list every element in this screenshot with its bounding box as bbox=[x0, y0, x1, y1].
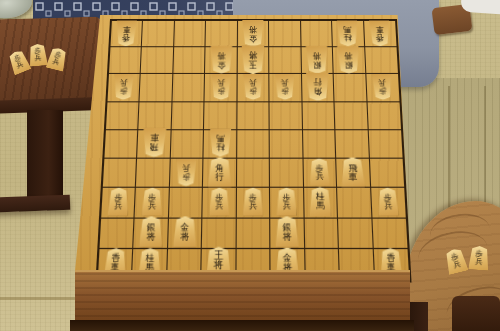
piece-kanji: 馬 bbox=[344, 25, 352, 33]
cell-3d[interactable] bbox=[302, 102, 335, 130]
cell-8g[interactable]: 歩兵 bbox=[135, 188, 170, 218]
piece-P-4g[interactable]: 歩兵 bbox=[276, 187, 297, 216]
piece-kanji: 馬 bbox=[316, 202, 325, 211]
cell-2h[interactable] bbox=[338, 218, 373, 249]
cell-1b[interactable] bbox=[365, 47, 398, 74]
cell-3g[interactable]: 桂馬 bbox=[304, 188, 338, 218]
piece-P-1g[interactable]: 歩兵 bbox=[377, 187, 399, 216]
piece-kanji: 将 bbox=[249, 51, 258, 60]
cell-5c[interactable]: 歩兵 bbox=[237, 74, 269, 102]
piece-P-6g[interactable]: 歩兵 bbox=[209, 187, 230, 216]
tatami-seam bbox=[0, 297, 76, 300]
cell-9h[interactable] bbox=[99, 218, 135, 249]
piece-n-2a[interactable]: 桂馬 bbox=[337, 20, 359, 46]
cell-7a[interactable] bbox=[174, 21, 206, 47]
piece-kanji: 歩 bbox=[281, 87, 289, 95]
piece-k-5b[interactable]: 玉将 bbox=[241, 45, 264, 74]
piece-n-6e[interactable]: 桂馬 bbox=[209, 129, 231, 157]
cell-5g[interactable]: 歩兵 bbox=[237, 188, 271, 218]
cell-6b[interactable]: 金将 bbox=[205, 47, 237, 74]
cell-3b[interactable]: 銀将 bbox=[301, 47, 334, 74]
piece-p-1c[interactable]: 歩兵 bbox=[372, 74, 393, 100]
cell-4f[interactable] bbox=[270, 159, 304, 188]
cell-8b[interactable] bbox=[141, 47, 174, 74]
piece-N-3g[interactable]: 桂馬 bbox=[309, 187, 332, 217]
piece-S-8h[interactable]: 銀将 bbox=[139, 216, 163, 248]
cell-6d[interactable] bbox=[204, 102, 237, 130]
piece-kanji: 兵 bbox=[384, 202, 392, 211]
cell-6g[interactable]: 歩兵 bbox=[203, 188, 237, 218]
cell-3e[interactable] bbox=[303, 130, 337, 159]
piece-kanji: 玉 bbox=[249, 59, 258, 68]
piece-b-3c[interactable]: 角行 bbox=[306, 73, 329, 101]
piece-kanji: 兵 bbox=[316, 172, 324, 180]
cell-9a[interactable]: 香車 bbox=[110, 21, 143, 47]
piece-kanji: 銀 bbox=[313, 60, 321, 68]
cell-6h[interactable] bbox=[202, 218, 236, 249]
cell-1h[interactable] bbox=[372, 218, 408, 249]
piece-kanji: 将 bbox=[146, 232, 155, 242]
cell-9c[interactable]: 歩兵 bbox=[107, 74, 141, 102]
piece-P-5g[interactable]: 歩兵 bbox=[243, 187, 263, 216]
cell-7h[interactable]: 金将 bbox=[168, 218, 203, 249]
cell-1c[interactable]: 歩兵 bbox=[366, 74, 400, 102]
piece-R-2f[interactable]: 飛車 bbox=[341, 157, 365, 187]
captured-piece-pawn[interactable]: 歩兵 bbox=[28, 43, 48, 66]
piece-kanji: 飛 bbox=[149, 143, 158, 152]
piece-kanji: 将 bbox=[313, 51, 321, 59]
piece-kanji: 行 bbox=[215, 172, 224, 181]
cell-2f[interactable]: 飛車 bbox=[336, 159, 370, 188]
cell-1g[interactable]: 歩兵 bbox=[371, 188, 406, 218]
captured-piece-pawn[interactable]: 歩兵 bbox=[7, 48, 32, 75]
cell-1d[interactable] bbox=[367, 102, 401, 130]
cell-9d[interactable] bbox=[106, 102, 140, 130]
cell-6f[interactable]: 角行 bbox=[203, 159, 237, 188]
cell-4d[interactable] bbox=[270, 102, 303, 130]
cell-8f[interactable] bbox=[136, 159, 170, 188]
cell-2d[interactable] bbox=[335, 102, 369, 130]
piece-kanji: 兵 bbox=[217, 79, 225, 87]
piece-kanji: 車 bbox=[150, 134, 159, 143]
piece-p-4c[interactable]: 歩兵 bbox=[275, 74, 295, 100]
piece-kanji: 将 bbox=[180, 232, 189, 242]
piece-kanji: 銀 bbox=[345, 60, 353, 68]
shogi-game-photo: 歩兵歩兵歩兵 歩兵歩兵 香車金将桂馬香車金将玉将銀将銀将歩兵歩兵歩兵歩兵角行歩兵… bbox=[0, 0, 500, 331]
piece-g-6b[interactable]: 金将 bbox=[210, 46, 232, 74]
piece-S-4h[interactable]: 銀将 bbox=[275, 216, 299, 248]
piece-kanji: 車 bbox=[123, 25, 131, 33]
piece-kanji: 兵 bbox=[283, 202, 291, 211]
cell-7b[interactable] bbox=[173, 47, 206, 74]
cell-5f[interactable] bbox=[237, 159, 271, 188]
piece-kanji: 兵 bbox=[35, 55, 42, 63]
piece-B-6f[interactable]: 角行 bbox=[208, 157, 232, 187]
cell-7d[interactable] bbox=[172, 102, 205, 130]
cell-2a[interactable]: 桂馬 bbox=[332, 21, 365, 47]
piece-kanji: 馬 bbox=[216, 134, 224, 143]
gote-komadai-leg bbox=[27, 110, 63, 204]
cell-4g[interactable]: 歩兵 bbox=[270, 188, 304, 218]
piece-kanji: 歩 bbox=[249, 87, 257, 95]
piece-kanji: 兵 bbox=[120, 79, 128, 87]
cell-9f[interactable] bbox=[103, 159, 138, 188]
cell-2g[interactable] bbox=[337, 188, 372, 218]
cell-3a[interactable] bbox=[301, 21, 333, 47]
piece-s-3b[interactable]: 銀将 bbox=[306, 46, 329, 74]
gote-hand-pieces: 歩兵歩兵歩兵 bbox=[10, 44, 72, 88]
cell-3h[interactable] bbox=[304, 218, 339, 249]
captured-piece-pawn[interactable]: 歩兵 bbox=[46, 46, 69, 72]
piece-kanji: 兵 bbox=[452, 260, 461, 269]
cell-5b[interactable]: 玉将 bbox=[237, 47, 269, 74]
piece-kanji: 兵 bbox=[114, 202, 122, 211]
cell-1f[interactable] bbox=[369, 159, 404, 188]
tatami-seam bbox=[484, 86, 486, 206]
cell-1e[interactable] bbox=[368, 130, 402, 159]
piece-r-8e[interactable]: 飛車 bbox=[142, 128, 166, 158]
piece-kanji: 将 bbox=[217, 51, 225, 59]
cell-8a[interactable] bbox=[142, 21, 175, 47]
piece-kanji: 兵 bbox=[215, 202, 223, 211]
cell-8h[interactable]: 銀将 bbox=[134, 218, 169, 249]
cell-7c[interactable] bbox=[172, 74, 205, 102]
piece-kanji: 将 bbox=[249, 25, 257, 33]
cell-5e[interactable] bbox=[237, 130, 270, 159]
piece-l-1a[interactable]: 香車 bbox=[369, 20, 390, 46]
shogi-board-front-face bbox=[75, 270, 410, 324]
cell-7g[interactable] bbox=[169, 188, 203, 218]
tatami-seam bbox=[448, 86, 450, 216]
cell-8d[interactable] bbox=[139, 102, 173, 130]
piece-l-9a[interactable]: 香車 bbox=[116, 20, 137, 46]
board-floor-shadow bbox=[70, 320, 414, 331]
piece-kanji: 兵 bbox=[182, 164, 190, 172]
piece-kanji: 兵 bbox=[281, 79, 289, 87]
cell-3f[interactable]: 歩兵 bbox=[303, 159, 337, 188]
piece-P-8g[interactable]: 歩兵 bbox=[141, 187, 162, 216]
piece-P-3f[interactable]: 歩兵 bbox=[309, 158, 330, 186]
cell-2c[interactable] bbox=[334, 74, 367, 102]
piece-kanji: 兵 bbox=[249, 202, 257, 211]
piece-kanji: 車 bbox=[376, 25, 384, 33]
cell-2b[interactable]: 銀将 bbox=[333, 47, 366, 74]
cell-5a[interactable]: 金将 bbox=[238, 21, 270, 47]
cell-1a[interactable]: 香車 bbox=[364, 21, 397, 47]
piece-kanji: 歩 bbox=[182, 172, 190, 180]
cell-9g[interactable]: 歩兵 bbox=[101, 188, 136, 218]
piece-kanji: 兵 bbox=[249, 79, 257, 87]
piece-kanji: 将 bbox=[283, 232, 292, 242]
piece-p-7f[interactable]: 歩兵 bbox=[176, 158, 197, 186]
piece-kanji: 角 bbox=[313, 87, 322, 96]
piece-s-2b[interactable]: 銀将 bbox=[337, 46, 360, 74]
piece-p-5c[interactable]: 歩兵 bbox=[243, 74, 263, 100]
piece-kanji: 歩 bbox=[217, 87, 225, 95]
piece-kanji: 兵 bbox=[52, 58, 60, 66]
piece-kanji: 兵 bbox=[16, 61, 25, 70]
cell-4a[interactable] bbox=[269, 21, 301, 47]
gote-komadai-shelf bbox=[0, 195, 70, 213]
dark-stool bbox=[452, 296, 500, 331]
cell-4e[interactable] bbox=[270, 130, 303, 159]
piece-kanji: 兵 bbox=[475, 258, 483, 266]
cell-7e[interactable] bbox=[171, 130, 205, 159]
cell-9b[interactable] bbox=[109, 47, 142, 74]
cell-6e[interactable]: 桂馬 bbox=[204, 130, 237, 159]
piece-p-9c[interactable]: 歩兵 bbox=[113, 74, 134, 100]
piece-kanji: 歩 bbox=[120, 87, 128, 95]
piece-G-7h[interactable]: 金将 bbox=[173, 216, 197, 248]
sente-hand-pieces: 歩兵歩兵 bbox=[446, 246, 496, 284]
cell-9e[interactable] bbox=[104, 130, 138, 159]
cell-8c[interactable] bbox=[140, 74, 173, 102]
piece-kanji: 金 bbox=[249, 33, 257, 41]
piece-kanji: 金 bbox=[217, 60, 225, 68]
shogi-board-grid: 香車金将桂馬香車金将玉将銀将銀将歩兵歩兵歩兵歩兵角行歩兵飛車桂馬歩兵角行歩兵飛車… bbox=[95, 19, 411, 283]
piece-kanji: 兵 bbox=[378, 79, 386, 87]
cell-8e[interactable]: 飛車 bbox=[138, 130, 172, 159]
piece-p-6c[interactable]: 歩兵 bbox=[211, 74, 231, 100]
cell-2e[interactable] bbox=[335, 130, 369, 159]
piece-kanji: 桂 bbox=[216, 143, 224, 152]
piece-kanji: 車 bbox=[349, 172, 358, 181]
piece-kanji: 将 bbox=[344, 51, 352, 59]
piece-g-5a[interactable]: 金将 bbox=[242, 19, 264, 46]
cell-4h[interactable]: 銀将 bbox=[270, 218, 304, 249]
piece-kanji: 行 bbox=[313, 78, 322, 87]
cell-3c[interactable]: 角行 bbox=[302, 74, 335, 102]
captured-piece-pawn[interactable]: 歩兵 bbox=[443, 247, 468, 275]
cell-5h[interactable] bbox=[236, 218, 270, 249]
cell-6a[interactable] bbox=[206, 21, 238, 47]
piece-P-9g[interactable]: 歩兵 bbox=[107, 187, 129, 216]
piece-kanji: 歩 bbox=[379, 87, 387, 95]
piece-kanji: 兵 bbox=[148, 202, 156, 211]
cell-4b[interactable] bbox=[269, 47, 301, 74]
cell-7f[interactable]: 歩兵 bbox=[170, 159, 204, 188]
cell-5d[interactable] bbox=[237, 102, 270, 130]
cell-6c[interactable]: 歩兵 bbox=[205, 74, 238, 102]
cell-4c[interactable]: 歩兵 bbox=[270, 74, 303, 102]
captured-piece-pawn[interactable]: 歩兵 bbox=[468, 245, 490, 270]
